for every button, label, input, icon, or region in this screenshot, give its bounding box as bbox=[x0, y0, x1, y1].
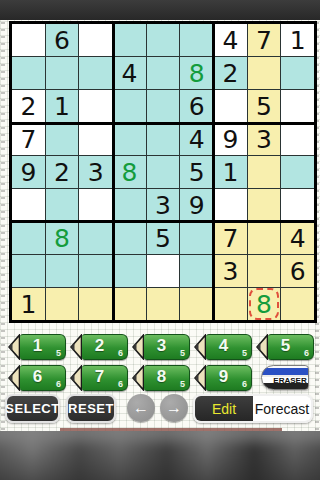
cell-r3c1[interactable]: 2 bbox=[12, 90, 45, 122]
cell-r3c9[interactable] bbox=[281, 90, 314, 122]
mode-segmented-control: Edit Forecast bbox=[193, 394, 313, 423]
pencil-body: 56 bbox=[268, 334, 314, 360]
pencil-body: 66 bbox=[20, 365, 66, 391]
cell-r1c9[interactable]: 1 bbox=[281, 24, 314, 56]
cell-r8c1[interactable] bbox=[12, 255, 45, 287]
cell-r3c2[interactable]: 1 bbox=[46, 90, 79, 122]
digit-label: 5 bbox=[268, 336, 303, 356]
digit-remaining-count: 6 bbox=[304, 348, 309, 358]
cell-r6c7[interactable] bbox=[214, 189, 247, 221]
cell-r1c5[interactable] bbox=[147, 24, 180, 56]
cell-r6c5[interactable]: 3 bbox=[147, 189, 180, 221]
pencil-tip-icon bbox=[194, 365, 206, 391]
cell-r4c9[interactable] bbox=[281, 123, 314, 155]
reset-button[interactable]: RESET bbox=[66, 394, 116, 423]
cell-r7c4[interactable] bbox=[113, 222, 146, 254]
cell-r5c4[interactable]: 8 bbox=[113, 156, 146, 188]
cell-r7c6[interactable] bbox=[180, 222, 213, 254]
ad-banner-blur bbox=[0, 431, 320, 480]
cell-r1c3[interactable] bbox=[79, 24, 112, 56]
cell-r9c2[interactable] bbox=[46, 288, 79, 320]
digit-label: 4 bbox=[206, 336, 241, 356]
cell-r2c3[interactable] bbox=[79, 57, 112, 89]
cell-r7c1[interactable] bbox=[12, 222, 45, 254]
cell-r8c9[interactable]: 6 bbox=[281, 255, 314, 287]
cell-r2c7[interactable]: 2 bbox=[214, 57, 247, 89]
digit-button-3[interactable]: 35 bbox=[132, 334, 190, 360]
digit-remaining-count: 6 bbox=[56, 379, 61, 389]
cell-r9c5[interactable] bbox=[147, 288, 180, 320]
cell-r9c4[interactable] bbox=[113, 288, 146, 320]
reset-button-label: RESET bbox=[68, 401, 114, 416]
cell-r2c1[interactable] bbox=[12, 57, 45, 89]
cell-r8c8[interactable] bbox=[248, 255, 281, 287]
cell-r5c3[interactable]: 3 bbox=[79, 156, 112, 188]
cell-r4c7[interactable]: 9 bbox=[214, 123, 247, 155]
cell-r1c7[interactable]: 4 bbox=[214, 24, 247, 56]
ad-banner-image[interactable] bbox=[0, 431, 320, 480]
digit-remaining-count: 6 bbox=[118, 348, 123, 358]
digit-button-9[interactable]: 96 bbox=[194, 365, 252, 391]
eraser-label: ERASER bbox=[272, 376, 308, 385]
cell-r7c2[interactable]: 8 bbox=[46, 222, 79, 254]
digit-remaining-count: 5 bbox=[56, 348, 61, 358]
cell-r9c6[interactable] bbox=[180, 288, 213, 320]
cell-r6c2[interactable] bbox=[46, 189, 79, 221]
cell-r6c1[interactable] bbox=[12, 189, 45, 221]
cell-r4c6[interactable]: 4 bbox=[180, 123, 213, 155]
cell-r4c5[interactable] bbox=[147, 123, 180, 155]
cell-r4c2[interactable] bbox=[46, 123, 79, 155]
cell-r1c8[interactable]: 7 bbox=[248, 24, 281, 56]
cell-r2c8[interactable] bbox=[248, 57, 281, 89]
digit-remaining-count: 6 bbox=[242, 379, 247, 389]
tab-edit[interactable]: Edit bbox=[195, 396, 253, 421]
sudoku-app-screen: { "game": "sudoku", "position": "0600004… bbox=[0, 0, 320, 480]
digit-button-4[interactable]: 45 bbox=[194, 334, 252, 360]
cell-r1c2[interactable]: 6 bbox=[46, 24, 79, 56]
select-button-label: SELECT bbox=[5, 401, 59, 416]
cell-r6c9[interactable] bbox=[281, 189, 314, 221]
digit-button-6[interactable]: 66 bbox=[8, 365, 66, 391]
cell-r3c4[interactable] bbox=[113, 90, 146, 122]
cell-r8c6[interactable] bbox=[180, 255, 213, 287]
cell-r2c4[interactable]: 4 bbox=[113, 57, 146, 89]
pencil-body: 26 bbox=[82, 334, 128, 360]
pencil-tip-icon bbox=[70, 365, 82, 391]
cell-r9c9[interactable] bbox=[281, 288, 314, 320]
cell-r9c3[interactable] bbox=[79, 288, 112, 320]
pencil-body: 35 bbox=[144, 334, 190, 360]
cell-r8c3[interactable] bbox=[79, 255, 112, 287]
cell-r2c9[interactable] bbox=[281, 57, 314, 89]
digit-button-8[interactable]: 85 bbox=[132, 365, 190, 391]
cell-r8c2[interactable] bbox=[46, 255, 79, 287]
select-button[interactable]: SELECT bbox=[5, 394, 60, 423]
cell-r6c4[interactable] bbox=[113, 189, 146, 221]
cell-r1c6[interactable] bbox=[180, 24, 213, 56]
digit-label: 7 bbox=[82, 367, 117, 387]
cell-r1c1[interactable] bbox=[12, 24, 45, 56]
cell-r3c3[interactable] bbox=[79, 90, 112, 122]
cell-r5c2[interactable]: 2 bbox=[46, 156, 79, 188]
cell-r8c4[interactable] bbox=[113, 255, 146, 287]
pencil-tip-icon bbox=[8, 365, 20, 391]
cell-r2c2[interactable] bbox=[46, 57, 79, 89]
digit-label: 1 bbox=[20, 336, 55, 356]
cell-r9c8[interactable]: 8 bbox=[248, 288, 281, 320]
digit-remaining-count: 5 bbox=[180, 379, 185, 389]
digit-button-2[interactable]: 26 bbox=[70, 334, 128, 360]
cell-r7c9[interactable]: 4 bbox=[281, 222, 314, 254]
cell-r6c6[interactable]: 9 bbox=[180, 189, 213, 221]
cell-r3c6[interactable]: 6 bbox=[180, 90, 213, 122]
digit-remaining-count: 5 bbox=[180, 348, 185, 358]
cell-r4c3[interactable] bbox=[79, 123, 112, 155]
cell-r5c5[interactable] bbox=[147, 156, 180, 188]
digit-remaining-count: 6 bbox=[118, 379, 123, 389]
pencil-body: 76 bbox=[82, 365, 128, 391]
cell-r7c3[interactable] bbox=[79, 222, 112, 254]
cell-r3c8[interactable]: 5 bbox=[248, 90, 281, 122]
cell-r4c4[interactable] bbox=[113, 123, 146, 155]
digit-button-7[interactable]: 76 bbox=[70, 365, 128, 391]
cell-r9c1[interactable]: 1 bbox=[12, 288, 45, 320]
status-bar bbox=[0, 0, 320, 20]
next-cell-button[interactable]: → bbox=[160, 394, 188, 422]
cell-r2c5[interactable] bbox=[147, 57, 180, 89]
pencil-tip-icon bbox=[132, 365, 144, 391]
tab-forecast[interactable]: Forecast bbox=[253, 396, 311, 421]
digit-button-1[interactable]: 15 bbox=[8, 334, 66, 360]
pencil-tip-icon bbox=[194, 334, 206, 360]
arrow-right-icon: → bbox=[166, 399, 182, 417]
cell-r5c9[interactable] bbox=[281, 156, 314, 188]
pencil-body: 96 bbox=[206, 365, 252, 391]
pencil-body: 85 bbox=[144, 365, 190, 391]
cell-r5c1[interactable]: 9 bbox=[12, 156, 45, 188]
digit-label: 3 bbox=[144, 336, 179, 356]
sudoku-board: 6471482216574939238513985743618 bbox=[9, 21, 317, 323]
pencil-tip-icon bbox=[70, 334, 82, 360]
cell-r3c5[interactable] bbox=[147, 90, 180, 122]
cell-r5c8[interactable] bbox=[248, 156, 281, 188]
cell-r2c6[interactable]: 8 bbox=[180, 57, 213, 89]
prev-cell-button[interactable]: ← bbox=[127, 394, 155, 422]
digit-label: 9 bbox=[206, 367, 241, 387]
cell-r7c5[interactable]: 5 bbox=[147, 222, 180, 254]
cell-r1c4[interactable] bbox=[113, 24, 146, 56]
cell-r8c7[interactable]: 3 bbox=[214, 255, 247, 287]
tab-forecast-label: Forecast bbox=[255, 401, 309, 417]
cell-r5c7[interactable]: 1 bbox=[214, 156, 247, 188]
pencil-body: 15 bbox=[20, 334, 66, 360]
digit-remaining-count: 5 bbox=[242, 348, 247, 358]
cell-r6c3[interactable] bbox=[79, 189, 112, 221]
eraser-button[interactable]: ERASER bbox=[261, 365, 309, 390]
cell-r8c5[interactable] bbox=[147, 255, 180, 287]
tab-edit-label: Edit bbox=[212, 401, 236, 417]
digit-label: 2 bbox=[82, 336, 117, 356]
pencil-tip-icon bbox=[256, 334, 268, 360]
digit-label: 6 bbox=[20, 367, 55, 387]
cell-r4c1[interactable]: 7 bbox=[12, 123, 45, 155]
cell-r7c7[interactable]: 7 bbox=[214, 222, 247, 254]
arrow-left-icon: ← bbox=[133, 399, 149, 417]
pencil-tip-icon bbox=[8, 334, 20, 360]
cell-r7c8[interactable] bbox=[248, 222, 281, 254]
digit-button-5[interactable]: 56 bbox=[256, 334, 314, 360]
pencil-body: 45 bbox=[206, 334, 252, 360]
cell-r9c7[interactable] bbox=[214, 288, 247, 320]
cell-r3c7[interactable] bbox=[214, 90, 247, 122]
pencil-tip-icon bbox=[132, 334, 144, 360]
cell-r5c6[interactable]: 5 bbox=[180, 156, 213, 188]
digit-label: 8 bbox=[144, 367, 179, 387]
cell-r6c8[interactable] bbox=[248, 189, 281, 221]
cell-r4c8[interactable]: 3 bbox=[248, 123, 281, 155]
